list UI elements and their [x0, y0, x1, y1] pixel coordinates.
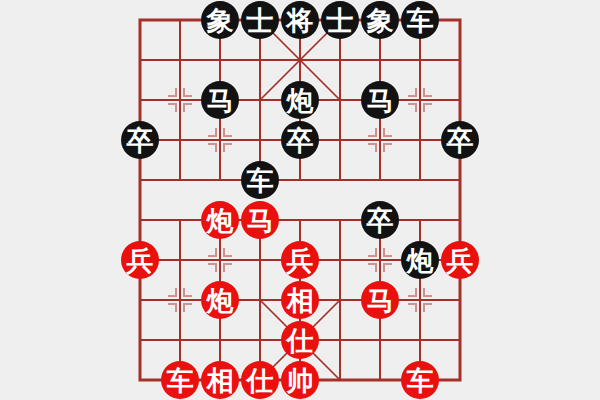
- board-point: 卒: [440, 120, 480, 160]
- board-point: 炮: [400, 240, 440, 280]
- piece-black-chariot[interactable]: 车: [401, 1, 439, 39]
- board-grid: 象士将士象车马炮马卒卒卒车卒炮炮马兵兵兵炮相马仕车相仕帅车: [120, 0, 480, 400]
- piece-red-chariot[interactable]: 车: [401, 361, 439, 399]
- piece-red-cannon[interactable]: 炮: [201, 201, 239, 239]
- board-point: 士: [240, 0, 280, 40]
- board-point: 兵: [120, 240, 160, 280]
- piece-red-advisor[interactable]: 仕: [241, 361, 279, 399]
- board-point: 车: [400, 360, 440, 400]
- piece-black-advisor[interactable]: 士: [241, 1, 279, 39]
- piece-black-soldier[interactable]: 卒: [121, 121, 159, 159]
- board-point: 马: [360, 280, 400, 320]
- piece-red-soldier[interactable]: 兵: [121, 241, 159, 279]
- board-point: 相: [280, 280, 320, 320]
- board-point: 炮: [200, 280, 240, 320]
- piece-red-chariot[interactable]: 车: [161, 361, 199, 399]
- board-point: 炮: [200, 200, 240, 240]
- piece-black-elephant[interactable]: 象: [201, 1, 239, 39]
- board-point: 帅: [280, 360, 320, 400]
- board-point: 车: [400, 0, 440, 40]
- board-point: 马: [200, 80, 240, 120]
- board-point: 卒: [360, 200, 400, 240]
- xiangqi-board: 象士将士象车马炮马卒卒卒车卒炮炮马兵兵兵炮相马仕车相仕帅车: [0, 0, 600, 400]
- board-point: 象: [200, 0, 240, 40]
- piece-black-elephant[interactable]: 象: [361, 1, 399, 39]
- board-point: 车: [160, 360, 200, 400]
- piece-black-cannon[interactable]: 炮: [401, 241, 439, 279]
- board-point: 兵: [440, 240, 480, 280]
- board-point: 仕: [280, 320, 320, 360]
- piece-black-cannon[interactable]: 炮: [281, 81, 319, 119]
- piece-red-advisor[interactable]: 仕: [281, 321, 319, 359]
- board-point: 炮: [280, 80, 320, 120]
- board-point: 士: [320, 0, 360, 40]
- piece-black-chariot[interactable]: 车: [241, 161, 279, 199]
- board-point: 车: [240, 160, 280, 200]
- board-point: 仕: [240, 360, 280, 400]
- piece-black-general[interactable]: 将: [281, 1, 319, 39]
- board-point: 兵: [280, 240, 320, 280]
- piece-red-horse[interactable]: 马: [361, 281, 399, 319]
- board-point: 将: [280, 0, 320, 40]
- piece-red-horse[interactable]: 马: [241, 201, 279, 239]
- board-point: 相: [200, 360, 240, 400]
- board-point: 马: [240, 200, 280, 240]
- piece-black-horse[interactable]: 马: [361, 81, 399, 119]
- piece-black-soldier[interactable]: 卒: [361, 201, 399, 239]
- piece-red-soldier[interactable]: 兵: [281, 241, 319, 279]
- piece-black-soldier[interactable]: 卒: [441, 121, 479, 159]
- piece-red-general[interactable]: 帅: [281, 361, 319, 399]
- board-point: 马: [360, 80, 400, 120]
- piece-black-advisor[interactable]: 士: [321, 1, 359, 39]
- piece-red-cannon[interactable]: 炮: [201, 281, 239, 319]
- piece-red-soldier[interactable]: 兵: [441, 241, 479, 279]
- board-point: 卒: [280, 120, 320, 160]
- board-point: 象: [360, 0, 400, 40]
- board-point: 卒: [120, 120, 160, 160]
- piece-red-elephant[interactable]: 相: [201, 361, 239, 399]
- piece-red-elephant[interactable]: 相: [281, 281, 319, 319]
- piece-black-soldier[interactable]: 卒: [281, 121, 319, 159]
- piece-black-horse[interactable]: 马: [201, 81, 239, 119]
